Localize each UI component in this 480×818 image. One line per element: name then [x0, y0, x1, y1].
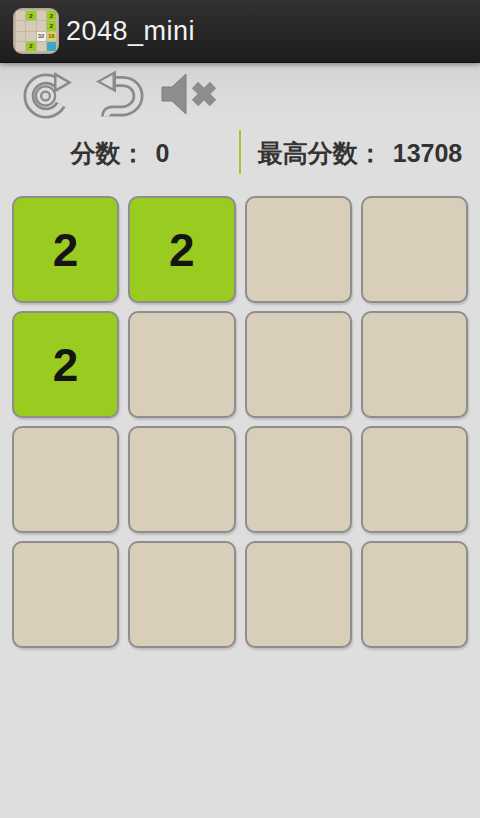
scoreboard: 分数：0 最高分数：13708: [0, 125, 480, 181]
app-icon-cell: 2: [26, 42, 35, 51]
restart-button[interactable]: [18, 66, 76, 122]
restart-icon: [18, 66, 76, 122]
title-bar: 22232162 2048_mini: [0, 0, 480, 63]
app-icon-cell: [16, 11, 25, 20]
empty-cell-r3c2: [245, 541, 352, 648]
undo-button[interactable]: [89, 66, 147, 122]
app-icon-cell: 2: [47, 21, 56, 30]
empty-cell-r1c2: [245, 311, 352, 418]
tile-2-r1c0: 2: [12, 311, 119, 418]
best-score: 最高分数：13708: [240, 137, 480, 170]
app-icon-cell: [26, 32, 35, 41]
app-icon-cell: [16, 21, 25, 30]
toolbar: [0, 63, 480, 125]
tile-2-r0c1: 2: [128, 196, 235, 303]
app-icon-cell: [37, 21, 46, 30]
empty-cell-r1c1: [128, 311, 235, 418]
empty-cell-r2c1: [128, 426, 235, 533]
app-icon-cell: 2: [47, 11, 56, 20]
mute-button[interactable]: [160, 66, 218, 122]
empty-cell-r2c2: [245, 426, 352, 533]
score-value: 0: [156, 139, 170, 167]
best-score-label: 最高分数：: [258, 139, 383, 167]
empty-cell-r0c3: [361, 196, 468, 303]
app-icon-cell: 32: [37, 32, 46, 41]
best-score-value: 13708: [393, 139, 463, 167]
app-icon-cell: [16, 42, 25, 51]
empty-cell-r3c1: [128, 541, 235, 648]
app-title: 2048_mini: [66, 16, 195, 47]
app-icon-cell: [37, 42, 46, 51]
app-icon-cell: 2: [26, 11, 35, 20]
app-icon-cell: [47, 42, 56, 51]
empty-cell-r1c3: [361, 311, 468, 418]
sound-off-icon: [157, 66, 221, 122]
app-icon-cell: [37, 11, 46, 20]
tile-2-r0c0: 2: [12, 196, 119, 303]
undo-icon: [89, 66, 147, 122]
score-divider: [239, 130, 241, 174]
empty-cell-r3c0: [12, 541, 119, 648]
empty-cell-r2c0: [12, 426, 119, 533]
app-icon: 22232162: [13, 8, 59, 54]
empty-cell-r3c3: [361, 541, 468, 648]
board-grid[interactable]: 222: [12, 196, 468, 648]
score-label: 分数：: [71, 139, 146, 167]
current-score: 分数：0: [0, 137, 240, 170]
app-icon-cell: [26, 21, 35, 30]
app-icon-cell: [16, 32, 25, 41]
empty-cell-r2c3: [361, 426, 468, 533]
app-icon-cell: 16: [47, 32, 56, 41]
empty-cell-r0c2: [245, 196, 352, 303]
